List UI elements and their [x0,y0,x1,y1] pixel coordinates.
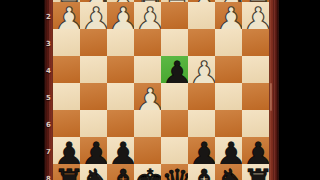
square-c3[interactable] [188,29,215,56]
square-e7[interactable] [134,137,161,164]
square-c4[interactable]: ♟ [188,56,215,83]
square-g3[interactable] [80,29,107,56]
square-f7[interactable]: ♟ [107,137,134,164]
square-d3[interactable] [161,29,188,56]
square-h8[interactable]: ♜ [53,164,80,180]
square-f5[interactable] [107,83,134,110]
square-d7[interactable] [161,137,188,164]
square-f4[interactable] [107,56,134,83]
square-c8[interactable]: ♝ [188,164,215,180]
square-a2[interactable]: ♟ [242,2,269,29]
chess-board: ♜♞♝♚♛♝♞♜♟♟♟♟♟♟♟♟♟♟♟♟♟♟♟♜♞♝♚♛♝♞♜ [53,0,269,180]
square-b2[interactable]: ♟ [215,2,242,29]
square-f2[interactable]: ♟ [107,2,134,29]
rank-label-6: 6 [44,121,53,129]
square-g5[interactable] [80,83,107,110]
square-h7[interactable]: ♟ [53,137,80,164]
square-d6[interactable] [161,110,188,137]
rank-label-7: 7 [44,148,53,156]
square-d5[interactable] [161,83,188,110]
square-e4[interactable] [134,56,161,83]
square-e6[interactable] [134,110,161,137]
piece-black-bishop-f8[interactable]: ♝ [107,166,134,180]
square-e5[interactable]: ♟ [134,83,161,110]
square-h3[interactable] [53,29,80,56]
piece-black-rook-h8[interactable]: ♜ [53,166,80,180]
rank-label-8: 8 [44,175,53,180]
rank-label-4: 4 [44,67,53,75]
square-c7[interactable]: ♟ [188,137,215,164]
square-a7[interactable]: ♟ [242,137,269,164]
square-b4[interactable] [215,56,242,83]
piece-black-knight-b8[interactable]: ♞ [215,166,242,180]
rank-label-5: 5 [44,94,53,102]
square-d8[interactable]: ♛ [161,164,188,180]
square-b7[interactable]: ♟ [215,137,242,164]
piece-black-bishop-c8[interactable]: ♝ [188,166,215,180]
square-h5[interactable] [53,83,80,110]
square-f8[interactable]: ♝ [107,164,134,180]
square-c2[interactable] [188,2,215,29]
piece-black-queen-d8[interactable]: ♛ [161,166,188,180]
square-b5[interactable] [215,83,242,110]
square-h4[interactable] [53,56,80,83]
square-h2[interactable]: ♟ [53,2,80,29]
square-e3[interactable] [134,29,161,56]
chess-board-screenshot: 12345678 ♜♞♝♚♛♝♞♜♟♟♟♟♟♟♟♟♟♟♟♟♟♟♟♜♞♝♚♛♝♞♜ [0,0,320,180]
square-g4[interactable] [80,56,107,83]
wood-highlight-streak [270,83,272,111]
square-g7[interactable]: ♟ [80,137,107,164]
square-g6[interactable] [80,110,107,137]
piece-black-knight-g8[interactable]: ♞ [80,166,107,180]
rank-label-2: 2 [44,13,53,21]
square-c5[interactable] [188,83,215,110]
square-b6[interactable] [215,110,242,137]
square-b3[interactable] [215,29,242,56]
board-frame-left: 12345678 [44,0,53,180]
piece-black-king-e8[interactable]: ♚ [134,166,161,180]
rank-label-3: 3 [44,40,53,48]
square-e8[interactable]: ♚ [134,164,161,180]
square-a6[interactable] [242,110,269,137]
square-a8[interactable]: ♜ [242,164,269,180]
square-b8[interactable]: ♞ [215,164,242,180]
square-a5[interactable] [242,83,269,110]
board-frame-right [269,0,279,180]
square-d4[interactable]: ♟ [161,56,188,83]
piece-black-rook-a8[interactable]: ♜ [242,166,269,180]
square-g2[interactable]: ♟ [80,2,107,29]
square-d2[interactable] [161,2,188,29]
square-a4[interactable] [242,56,269,83]
square-h6[interactable] [53,110,80,137]
square-c6[interactable] [188,110,215,137]
square-f6[interactable] [107,110,134,137]
square-f3[interactable] [107,29,134,56]
square-g8[interactable]: ♞ [80,164,107,180]
square-e2[interactable]: ♟ [134,2,161,29]
square-a3[interactable] [242,29,269,56]
